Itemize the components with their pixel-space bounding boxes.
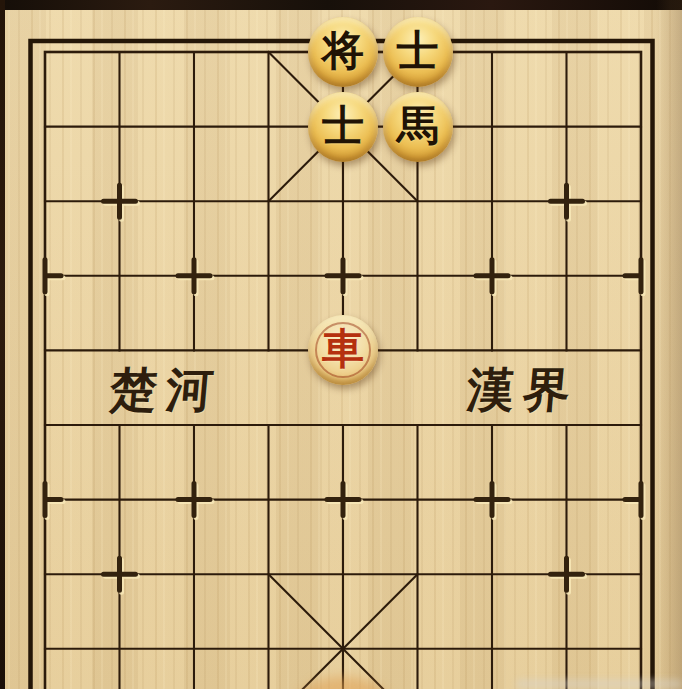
river-label-chu: 楚河	[107, 359, 225, 422]
piece-black-advisor-a[interactable]: 士	[383, 17, 453, 87]
piece-black-advisor-b[interactable]: 士	[308, 92, 378, 162]
piece-glyph-black-general: 将	[322, 30, 364, 72]
piece-glyph-black-advisor-a: 士	[397, 30, 439, 72]
watermark-sliver	[516, 679, 682, 689]
xiangqi-board-screenshot: 楚河 漢界 将士士馬車	[0, 0, 682, 689]
piece-glyph-black-horse: 馬	[397, 105, 439, 147]
piece-glyph-black-advisor-b: 士	[322, 105, 364, 147]
piece-black-general[interactable]: 将	[308, 17, 378, 87]
piece-red-chariot[interactable]: 車	[308, 315, 378, 385]
piece-black-horse[interactable]: 馬	[383, 92, 453, 162]
piece-glyph-red-chariot: 車	[322, 328, 364, 370]
river-label-han: 漢界	[464, 359, 582, 422]
